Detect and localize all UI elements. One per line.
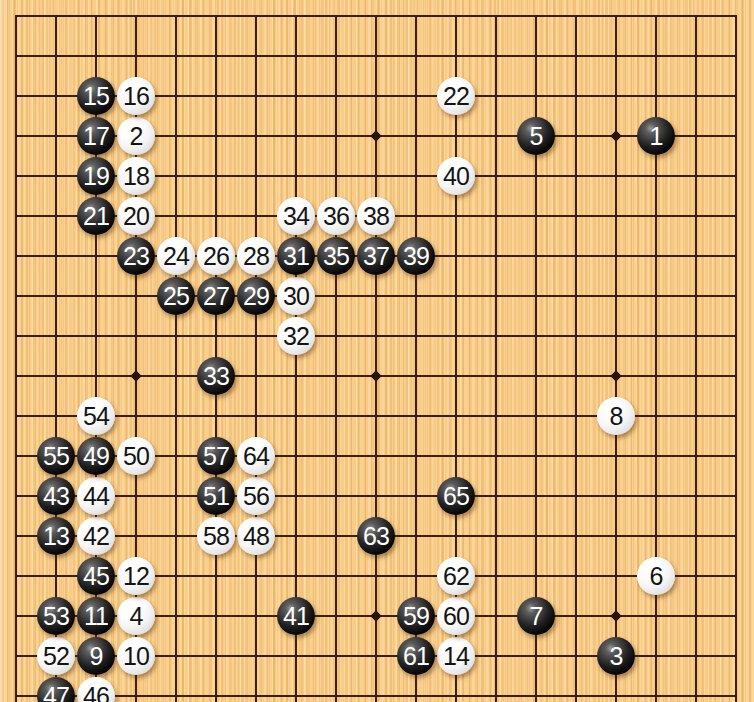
go-stone-25-black: 25 xyxy=(157,277,195,315)
grid-line-horizontal xyxy=(15,15,737,17)
star-point xyxy=(610,610,621,621)
grid-line-vertical xyxy=(375,15,377,702)
go-stone-57-black: 57 xyxy=(197,437,235,475)
go-stone-26-white: 26 xyxy=(197,237,235,275)
go-stone-15-black: 15 xyxy=(77,77,115,115)
go-stone-53-black: 53 xyxy=(37,597,75,635)
grid-line-vertical xyxy=(615,15,617,702)
go-stone-32-white: 32 xyxy=(277,317,315,355)
go-stone-60-white: 60 xyxy=(437,597,475,635)
go-stone-31-black: 31 xyxy=(277,237,315,275)
go-stone-44-white: 44 xyxy=(77,477,115,515)
star-point xyxy=(610,370,621,381)
grid-line-vertical xyxy=(15,15,17,702)
go-stone-22-white: 22 xyxy=(437,77,475,115)
go-stone-37-black: 37 xyxy=(357,237,395,275)
go-stone-23-black: 23 xyxy=(117,237,155,275)
go-stone-19-black: 19 xyxy=(77,157,115,195)
grid-line-horizontal xyxy=(15,495,737,497)
grid-line-vertical xyxy=(735,15,737,702)
go-stone-48-white: 48 xyxy=(237,517,275,555)
grid-line-vertical xyxy=(695,15,697,702)
go-stone-39-black: 39 xyxy=(397,237,435,275)
go-stone-51-black: 51 xyxy=(197,477,235,515)
go-stone-40-white: 40 xyxy=(437,157,475,195)
go-stone-10-white: 10 xyxy=(117,637,155,675)
grid-line-vertical xyxy=(175,15,177,702)
go-stone-63-black: 63 xyxy=(357,517,395,555)
star-point xyxy=(370,610,381,621)
go-stone-64-white: 64 xyxy=(237,437,275,475)
go-stone-56-white: 56 xyxy=(237,477,275,515)
go-stone-65-black: 65 xyxy=(437,477,475,515)
go-stone-33-black: 33 xyxy=(197,357,235,395)
go-stone-43-black: 43 xyxy=(37,477,75,515)
go-stone-3-black: 3 xyxy=(597,637,635,675)
go-stone-6-white: 6 xyxy=(637,557,675,595)
star-point xyxy=(370,130,381,141)
go-stone-29-black: 29 xyxy=(237,277,275,315)
star-point xyxy=(370,370,381,381)
go-stone-8-white: 8 xyxy=(597,397,635,435)
go-stone-54-white: 54 xyxy=(77,397,115,435)
go-stone-47-black: 47 xyxy=(37,677,75,702)
grid-line-horizontal xyxy=(15,295,737,297)
go-stone-20-white: 20 xyxy=(117,197,155,235)
go-stone-28-white: 28 xyxy=(237,237,275,275)
go-stone-62-white: 62 xyxy=(437,557,475,595)
go-stone-2-white: 2 xyxy=(117,117,155,155)
go-stone-49-black: 49 xyxy=(77,437,115,475)
go-stone-13-black: 13 xyxy=(37,517,75,555)
go-stone-16-white: 16 xyxy=(117,77,155,115)
go-stone-59-black: 59 xyxy=(397,597,435,635)
go-stone-38-white: 38 xyxy=(357,197,395,235)
go-stone-18-white: 18 xyxy=(117,157,155,195)
go-board[interactable]: 1234567891011121314151617181920212223242… xyxy=(0,0,754,702)
go-stone-7-black: 7 xyxy=(517,597,555,635)
go-stone-14-white: 14 xyxy=(437,637,475,675)
go-stone-17-black: 17 xyxy=(77,117,115,155)
go-stone-4-white: 4 xyxy=(117,597,155,635)
grid-line-vertical xyxy=(255,15,257,702)
star-point xyxy=(610,130,621,141)
go-stone-9-black: 9 xyxy=(77,637,115,675)
grid-line-horizontal xyxy=(15,695,737,697)
go-stone-46-white: 46 xyxy=(77,677,115,702)
go-stone-55-black: 55 xyxy=(37,437,75,475)
go-stone-42-white: 42 xyxy=(77,517,115,555)
go-stone-5-black: 5 xyxy=(517,117,555,155)
grid-line-horizontal xyxy=(15,335,737,337)
go-stone-61-black: 61 xyxy=(397,637,435,675)
grid-line-vertical xyxy=(495,15,497,702)
go-stone-34-white: 34 xyxy=(277,197,315,235)
window-edge xyxy=(0,0,2,702)
go-stone-11-black: 11 xyxy=(77,597,115,635)
go-stone-12-white: 12 xyxy=(117,557,155,595)
grid-line-horizontal xyxy=(15,55,737,57)
go-stone-50-white: 50 xyxy=(117,437,155,475)
go-stone-45-black: 45 xyxy=(77,557,115,595)
go-stone-30-white: 30 xyxy=(277,277,315,315)
go-stone-52-white: 52 xyxy=(37,637,75,675)
go-stone-41-black: 41 xyxy=(277,597,315,635)
go-stone-24-white: 24 xyxy=(157,237,195,275)
go-stone-36-white: 36 xyxy=(317,197,355,235)
grid-line-vertical xyxy=(335,15,337,702)
go-stone-21-black: 21 xyxy=(77,197,115,235)
grid-line-vertical xyxy=(575,15,577,702)
go-stone-1-black: 1 xyxy=(637,117,675,155)
go-stone-58-white: 58 xyxy=(197,517,235,555)
go-stone-27-black: 27 xyxy=(197,277,235,315)
go-stone-35-black: 35 xyxy=(317,237,355,275)
star-point xyxy=(130,370,141,381)
